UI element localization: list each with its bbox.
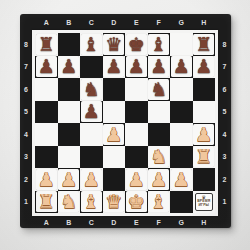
brand-logo-line2: ИГРЫ [198,204,209,208]
square-g2[interactable]: ♟ [170,168,193,191]
brand-logo-stamp: ♛ВРЕМЯИГРЫ [195,193,213,211]
file-label-f: F [148,14,171,30]
rank-label-3: 3 [20,146,32,169]
rank-label-4: 4 [20,123,32,146]
square-c6[interactable]: ♞ [80,78,103,101]
demo-chessboard-mat: ABCDEFGH ABCDEFGH 87654321 87654321 ♜♝♛♚… [20,14,231,228]
black-pawn-h7-icon[interactable]: ♟ [193,56,216,79]
photo-background: ABCDEFGH ABCDEFGH 87654321 87654321 ♜♝♛♚… [0,0,250,250]
square-f4[interactable] [148,123,171,146]
square-e2[interactable]: ♟ [125,168,148,191]
black-bishop-c8-icon[interactable]: ♝ [80,33,103,56]
square-h5[interactable] [193,101,216,124]
white-knight-b1-icon[interactable]: ♞ [58,191,81,214]
square-c3[interactable] [80,146,103,169]
square-d4[interactable]: ♟ [103,123,126,146]
square-d2[interactable] [103,168,126,191]
rank-label-3: 3 [218,146,231,169]
white-pawn-a2-icon[interactable]: ♟ [35,168,58,191]
rank-label-5: 5 [20,101,32,124]
file-label-b: B [58,14,81,30]
square-g4[interactable] [170,123,193,146]
square-b1[interactable]: ♞ [58,191,81,214]
square-a2[interactable]: ♟ [35,168,58,191]
square-d5[interactable] [103,101,126,124]
black-knight-f6-icon[interactable]: ♞ [148,78,171,101]
black-rook-h8-icon[interactable]: ♜ [193,33,216,56]
square-a6[interactable] [35,78,58,101]
square-e6[interactable] [125,78,148,101]
black-bishop-f8-icon[interactable]: ♝ [148,33,171,56]
white-pawn-d4-icon[interactable]: ♟ [103,123,126,146]
rank-label-2: 2 [20,168,32,191]
rank-label-4: 4 [218,123,231,146]
square-d6[interactable] [103,78,126,101]
square-f3[interactable]: ♞ [148,146,171,169]
black-pawn-c5-icon[interactable]: ♟ [80,101,103,124]
square-g6[interactable] [170,78,193,101]
chess-board: ♜♝♛♚♝♜♟♟♟♟♟♟♟♞♞♟♟♟♞♜♟♟♟♟♟♟♜♞♝♛♚♝♛ВРЕМЯИГ… [35,33,215,213]
board-inner-border: ♜♝♛♚♝♜♟♟♟♟♟♟♟♞♞♟♟♟♞♜♟♟♟♟♟♟♜♞♝♛♚♝♛ВРЕМЯИГ… [32,30,218,216]
white-rook-h3-icon[interactable]: ♜ [193,146,216,169]
black-pawn-e7-icon[interactable]: ♟ [125,56,148,79]
square-a7[interactable]: ♟ [35,56,58,79]
square-e1[interactable]: ♚ [125,191,148,214]
square-b8[interactable] [58,33,81,56]
square-f2[interactable]: ♟ [148,168,171,191]
file-label-f: F [148,216,171,228]
rank-label-8: 8 [218,33,231,56]
square-h3[interactable]: ♜ [193,146,216,169]
rank-label-6: 6 [20,78,32,101]
file-label-e: E [125,14,148,30]
square-h6[interactable] [193,78,216,101]
square-c5[interactable]: ♟ [80,101,103,124]
square-e4[interactable] [125,123,148,146]
rank-label-8: 8 [20,33,32,56]
rank-label-2: 2 [218,168,231,191]
square-c4[interactable] [80,123,103,146]
square-d7[interactable]: ♟ [103,56,126,79]
black-pawn-b7-icon[interactable]: ♟ [58,56,81,79]
square-h8[interactable]: ♜ [193,33,216,56]
file-label-c: C [80,216,103,228]
square-g5[interactable] [170,101,193,124]
file-label-h: H [193,14,216,30]
white-pawn-f2-icon[interactable]: ♟ [148,168,171,191]
square-e5[interactable] [125,101,148,124]
white-knight-f3-icon[interactable]: ♞ [148,146,171,169]
square-f8[interactable]: ♝ [148,33,171,56]
file-label-d: D [103,216,126,228]
white-bishop-f1-icon[interactable]: ♝ [148,191,171,214]
rank-label-1: 1 [20,191,32,214]
square-a4[interactable] [35,123,58,146]
square-f7[interactable]: ♟ [148,56,171,79]
white-pawn-h4-icon[interactable]: ♟ [193,123,216,146]
white-king-e1-icon[interactable]: ♚ [125,191,148,214]
square-e3[interactable] [125,146,148,169]
black-queen-d8-icon[interactable]: ♛ [103,33,126,56]
square-h7[interactable]: ♟ [193,56,216,79]
file-label-h: H [193,216,216,228]
square-f6[interactable]: ♞ [148,78,171,101]
square-b7[interactable]: ♟ [58,56,81,79]
file-label-b: B [58,216,81,228]
file-label-g: G [170,14,193,30]
square-b3[interactable] [58,146,81,169]
rank-label-7: 7 [20,56,32,79]
square-c1[interactable]: ♝ [80,191,103,214]
white-bishop-c1-icon[interactable]: ♝ [80,191,103,214]
rank-label-1: 1 [218,191,231,214]
square-d3[interactable] [103,146,126,169]
square-e7[interactable]: ♟ [125,56,148,79]
square-f1[interactable]: ♝ [148,191,171,214]
square-d8[interactable]: ♛ [103,33,126,56]
square-a3[interactable] [35,146,58,169]
black-knight-c6-icon[interactable]: ♞ [80,78,103,101]
file-label-a: A [35,216,58,228]
square-g8[interactable] [170,33,193,56]
square-h4[interactable]: ♟ [193,123,216,146]
file-label-c: C [80,14,103,30]
square-b6[interactable] [58,78,81,101]
file-label-d: D [103,14,126,30]
square-c7[interactable] [80,56,103,79]
rank-label-6: 6 [218,78,231,101]
white-pawn-b2-icon[interactable]: ♟ [58,168,81,191]
black-pawn-g7-icon[interactable]: ♟ [170,56,193,79]
file-label-g: G [170,216,193,228]
white-queen-d1-icon[interactable]: ♛ [103,191,126,214]
black-pawn-a7-icon[interactable]: ♟ [35,56,58,79]
square-f5[interactable] [148,101,171,124]
square-h1[interactable]: ♛ВРЕМЯИГРЫ [193,191,216,214]
square-b2[interactable]: ♟ [58,168,81,191]
white-rook-a1-icon[interactable]: ♜ [35,191,58,214]
rank-label-5: 5 [218,101,231,124]
white-pawn-g2-icon[interactable]: ♟ [170,168,193,191]
square-h2[interactable] [193,168,216,191]
file-label-e: E [125,216,148,228]
white-pawn-c2-icon[interactable]: ♟ [80,168,103,191]
square-a8[interactable]: ♜ [35,33,58,56]
square-b5[interactable] [58,101,81,124]
rank-labels-right: 87654321 [218,33,231,213]
square-g7[interactable]: ♟ [170,56,193,79]
black-king-e8-icon[interactable]: ♚ [125,33,148,56]
square-d1[interactable]: ♛ [103,191,126,214]
square-c8[interactable]: ♝ [80,33,103,56]
black-pawn-d7-icon[interactable]: ♟ [103,56,126,79]
square-a5[interactable] [35,101,58,124]
black-rook-a8-icon[interactable]: ♜ [35,33,58,56]
rank-label-7: 7 [218,56,231,79]
square-g1[interactable] [170,191,193,214]
square-b4[interactable] [58,123,81,146]
square-e8[interactable]: ♚ [125,33,148,56]
file-label-a: A [35,14,58,30]
black-pawn-f7-icon[interactable]: ♟ [148,56,171,79]
file-labels-top: ABCDEFGH [35,14,215,30]
white-pawn-e2-icon[interactable]: ♟ [125,168,148,191]
file-labels-bottom: ABCDEFGH [35,216,215,228]
square-g3[interactable] [170,146,193,169]
square-c2[interactable]: ♟ [80,168,103,191]
rank-labels-left: 87654321 [20,33,32,213]
square-a1[interactable]: ♜ [35,191,58,214]
